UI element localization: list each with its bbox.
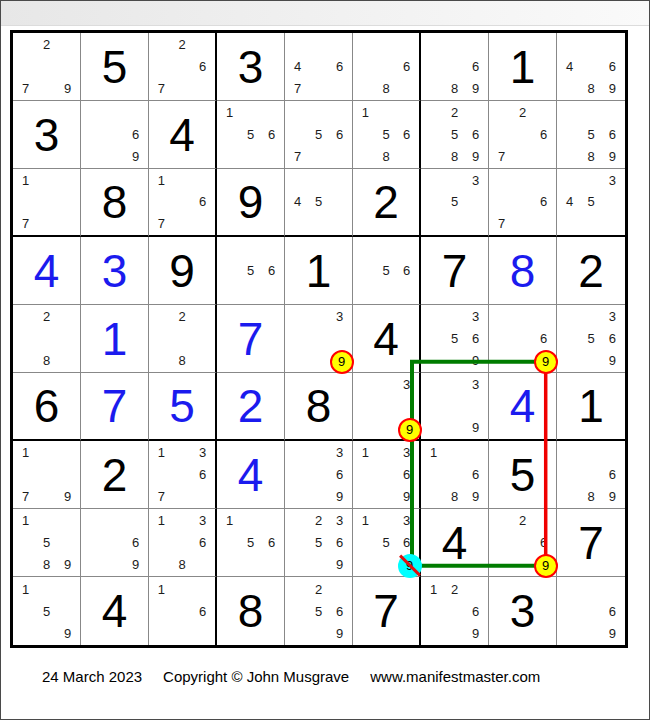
cell-r2c8: 267 <box>489 101 557 169</box>
candidate-digit: 1 <box>151 170 172 191</box>
candidate-digit: 2 <box>172 34 193 56</box>
candidate-digit: 8 <box>376 77 397 99</box>
candidate-digit: 3 <box>329 442 350 464</box>
cell-r5c4: 7 <box>217 305 285 373</box>
candidates: 167 <box>149 169 215 235</box>
cell-r9c4: 8 <box>217 577 285 645</box>
cell-r4c6: 56 <box>353 237 421 305</box>
candidates: 69 <box>81 101 148 168</box>
solved-digit: 4 <box>510 383 536 429</box>
candidate-digit: 5 <box>36 600 57 622</box>
candidate-digit: 9 <box>465 77 486 99</box>
candidate-digit: 6 <box>533 532 554 554</box>
candidate-digit: 8 <box>580 145 601 167</box>
candidate-digit: 6 <box>329 600 350 622</box>
cell-r7c4: 4 <box>217 441 285 509</box>
cell-r9c6: 7 <box>353 577 421 645</box>
candidate-digit: 1 <box>355 510 376 532</box>
candidates: 689 <box>421 33 488 100</box>
candidate-digit: 3 <box>192 510 213 532</box>
candidates: 369 <box>285 441 352 508</box>
candidate-digit: 6 <box>396 532 417 554</box>
candidate-digit: 9 <box>125 145 146 167</box>
cell-r6c5: 8 <box>285 373 353 441</box>
solved-digit: 8 <box>102 179 128 225</box>
candidate-digit: 5 <box>308 532 329 554</box>
cell-r8c1: 1589 <box>13 509 81 577</box>
candidate-digit: 2 <box>444 102 465 124</box>
candidates: 5689 <box>557 101 625 168</box>
solved-digit: 1 <box>102 316 128 362</box>
cell-r1c8: 1 <box>489 33 557 101</box>
solved-digit: 8 <box>306 383 332 429</box>
solved-digit: 4 <box>373 316 399 362</box>
solved-digit: 2 <box>238 383 264 429</box>
solved-digit: 4 <box>442 520 468 566</box>
candidate-digit: 7 <box>15 77 36 99</box>
candidate-digit: 4 <box>287 56 308 78</box>
solved-digit: 2 <box>373 179 399 225</box>
cell-r1c9: 4689 <box>557 33 625 101</box>
candidate-digit: 6 <box>396 124 417 146</box>
cell-r7c6: 1369 <box>353 441 421 509</box>
candidate-digit: 8 <box>36 553 57 575</box>
solved-digit: 7 <box>238 316 264 362</box>
solved-digit: 9 <box>169 248 195 294</box>
cell-r4c1: 4 <box>13 237 81 305</box>
candidate-digit: 5 <box>444 124 465 146</box>
solved-digit: 7 <box>442 248 468 294</box>
candidate-digit: 9 <box>57 553 78 575</box>
candidate-digit: 4 <box>559 191 580 212</box>
candidate-digit: 9 <box>602 622 623 644</box>
solved-digit: 3 <box>34 112 60 158</box>
cell-r1c6: 68 <box>353 33 421 101</box>
candidate-digit: 2 <box>172 306 193 328</box>
cell-r3c3: 167 <box>149 169 217 237</box>
cell-r9c3: 16 <box>149 577 217 645</box>
candidate-digit: 5 <box>444 191 465 212</box>
cell-r3c1: 17 <box>13 169 81 237</box>
solved-digit: 4 <box>238 452 264 498</box>
candidate-digit: 3 <box>602 170 623 191</box>
cell-r7c2: 2 <box>81 441 149 509</box>
candidate-digit: 6 <box>192 56 213 78</box>
candidates: 1689 <box>421 441 488 508</box>
solved-digit: 1 <box>578 383 604 429</box>
solved-digit: 7 <box>102 383 128 429</box>
candidate-digit: 6 <box>261 532 282 554</box>
candidates: 179 <box>13 441 80 508</box>
solved-digit: 7 <box>578 520 604 566</box>
candidates: 69 <box>557 577 625 645</box>
candidates: 25689 <box>421 101 488 168</box>
candidate-digit: 1 <box>151 578 172 600</box>
chain-node-circle-r6c6: 9 <box>398 418 422 442</box>
footer-website: www.manifestmaster.com <box>370 668 540 685</box>
chain-node-circle-r5c8: 9 <box>534 350 558 374</box>
candidates: 345 <box>557 169 625 235</box>
candidate-digit: 2 <box>444 578 465 600</box>
candidate-digit: 1 <box>423 442 444 464</box>
cell-r3c7: 35 <box>421 169 489 237</box>
candidate-digit: 7 <box>15 213 36 234</box>
cell-r7c3: 1367 <box>149 441 217 509</box>
chain-node-circle-r5c5: 9 <box>330 350 354 374</box>
candidate-digit: 5 <box>376 260 397 282</box>
cell-r8c5: 23569 <box>285 509 353 577</box>
candidate-digit: 6 <box>261 124 282 146</box>
cell-r1c2: 5 <box>81 33 149 101</box>
candidate-digit: 7 <box>287 77 308 99</box>
cell-r7c9: 689 <box>557 441 625 509</box>
cell-r9c1: 159 <box>13 577 81 645</box>
cell-r1c4: 3 <box>217 33 285 101</box>
cell-r5c7: 3569 <box>421 305 489 373</box>
candidate-digit: 5 <box>376 124 397 146</box>
cell-r5c9: 3569 <box>557 305 625 373</box>
cell-r6c9: 1 <box>557 373 625 441</box>
cell-r3c6: 2 <box>353 169 421 237</box>
cell-r2c6: 1568 <box>353 101 421 169</box>
candidate-digit: 8 <box>444 485 465 507</box>
candidate-digit: 5 <box>580 124 601 146</box>
cell-r4c4: 56 <box>217 237 285 305</box>
candidates: 1368 <box>149 509 215 576</box>
solved-digit: 6 <box>34 383 60 429</box>
cell-r1c7: 689 <box>421 33 489 101</box>
solved-digit: 3 <box>238 44 264 90</box>
candidates: 69 <box>81 509 148 576</box>
eliminated-candidate-circle-r8c6: 9 <box>398 554 422 578</box>
candidate-digit: 1 <box>219 102 240 124</box>
cell-r5c2: 1 <box>81 305 149 373</box>
cell-r3c4: 9 <box>217 169 285 237</box>
cell-r6c7: 39 <box>421 373 489 441</box>
candidates: 68 <box>353 33 419 100</box>
cell-r7c5: 369 <box>285 441 353 509</box>
candidate-digit: 9 <box>465 622 486 644</box>
cell-r8c9: 7 <box>557 509 625 577</box>
candidate-digit: 1 <box>15 510 36 532</box>
candidate-digit: 6 <box>602 328 623 350</box>
cell-r4c8: 8 <box>489 237 557 305</box>
candidate-digit: 5 <box>580 191 601 212</box>
candidate-digit: 9 <box>57 622 78 644</box>
candidate-digit: 3 <box>396 374 417 395</box>
candidates: 3569 <box>557 305 625 372</box>
candidate-digit: 3 <box>465 306 486 328</box>
candidate-digit: 5 <box>444 328 465 350</box>
candidate-digit: 2 <box>36 306 57 328</box>
candidates: 28 <box>13 305 80 372</box>
candidate-digit: 6 <box>533 328 554 350</box>
candidates: 4689 <box>557 33 625 100</box>
candidate-digit: 8 <box>172 349 193 371</box>
solved-digit: 3 <box>102 248 128 294</box>
candidate-digit: 6 <box>396 464 417 486</box>
candidates: 156 <box>217 101 284 168</box>
candidate-digit: 3 <box>465 170 486 191</box>
cell-r6c4: 2 <box>217 373 285 441</box>
candidate-digit: 9 <box>465 349 486 371</box>
cell-r3c8: 67 <box>489 169 557 237</box>
candidate-digit: 9 <box>602 349 623 371</box>
candidate-digit: 7 <box>491 145 512 167</box>
candidate-digit: 5 <box>240 124 261 146</box>
sudoku-board: 2795267346768689146893694156567156825689… <box>10 30 628 648</box>
candidates: 1269 <box>421 577 488 645</box>
candidate-digit: 6 <box>329 56 350 78</box>
cell-r9c2: 4 <box>81 577 149 645</box>
candidates: 159 <box>13 577 80 645</box>
candidate-digit: 2 <box>512 510 533 532</box>
candidates: 39 <box>421 373 488 439</box>
cell-r8c2: 69 <box>81 509 149 577</box>
solved-digit: 2 <box>578 248 604 294</box>
candidates: 28 <box>149 305 215 372</box>
solved-digit: 1 <box>510 44 536 90</box>
candidate-digit: 2 <box>36 34 57 56</box>
candidates: 67 <box>489 169 556 235</box>
footer-copyright: Copyright © John Musgrave <box>163 668 349 685</box>
candidate-digit: 6 <box>533 191 554 212</box>
candidate-digit: 7 <box>15 485 36 507</box>
cell-r3c9: 345 <box>557 169 625 237</box>
candidate-digit: 6 <box>533 124 554 146</box>
candidates: 267 <box>489 101 556 168</box>
candidate-digit: 7 <box>287 145 308 167</box>
candidate-digit: 5 <box>308 191 329 212</box>
candidates: 16 <box>149 577 215 645</box>
candidate-digit: 1 <box>15 578 36 600</box>
candidates: 267 <box>149 33 215 100</box>
cell-r8c3: 1368 <box>149 509 217 577</box>
candidate-digit: 9 <box>602 485 623 507</box>
solved-digit: 3 <box>510 588 536 634</box>
candidate-digit: 6 <box>465 464 486 486</box>
candidate-digit: 3 <box>465 374 486 395</box>
candidate-digit: 3 <box>329 510 350 532</box>
candidate-digit: 8 <box>580 485 601 507</box>
candidates: 1568 <box>353 101 419 168</box>
candidate-digit: 1 <box>219 510 240 532</box>
candidates: 156 <box>217 509 284 576</box>
cell-r1c5: 467 <box>285 33 353 101</box>
candidate-digit: 5 <box>376 532 397 554</box>
candidate-digit: 8 <box>36 349 57 371</box>
cell-r6c3: 5 <box>149 373 217 441</box>
candidate-digit: 3 <box>396 510 417 532</box>
candidate-digit: 3 <box>192 442 213 464</box>
cell-r4c7: 7 <box>421 237 489 305</box>
candidate-digit: 6 <box>329 464 350 486</box>
candidate-digit: 1 <box>15 442 36 464</box>
solved-digit: 8 <box>510 248 536 294</box>
candidate-digit: 7 <box>151 485 172 507</box>
footer: 24 March 2023 Copyright © John Musgrave … <box>42 668 540 685</box>
solved-digit: 4 <box>102 588 128 634</box>
candidate-digit: 9 <box>329 485 350 507</box>
candidates: 1369 <box>353 441 419 508</box>
candidate-digit: 6 <box>125 532 146 554</box>
candidate-digit: 5 <box>36 532 57 554</box>
candidate-digit: 5 <box>308 600 329 622</box>
cell-r5c3: 28 <box>149 305 217 373</box>
candidate-digit: 6 <box>192 191 213 212</box>
cell-r7c1: 179 <box>13 441 81 509</box>
candidate-digit: 6 <box>396 260 417 282</box>
cell-r4c2: 3 <box>81 237 149 305</box>
candidate-digit: 4 <box>559 56 580 78</box>
solved-digit: 5 <box>102 44 128 90</box>
candidate-digit: 9 <box>57 77 78 99</box>
candidate-digit: 9 <box>602 145 623 167</box>
candidate-digit: 7 <box>151 213 172 234</box>
solved-digit: 1 <box>306 248 332 294</box>
candidate-digit: 6 <box>329 532 350 554</box>
cell-r3c5: 45 <box>285 169 353 237</box>
candidate-digit: 6 <box>465 56 486 78</box>
cell-r9c7: 1269 <box>421 577 489 645</box>
solved-digit: 2 <box>102 452 128 498</box>
candidate-digit: 1 <box>15 170 36 191</box>
cell-r2c5: 567 <box>285 101 353 169</box>
cell-r9c8: 3 <box>489 577 557 645</box>
candidate-digit: 8 <box>172 553 193 575</box>
candidates: 17 <box>13 169 80 235</box>
candidates: 3569 <box>421 305 488 372</box>
cell-r3c2: 8 <box>81 169 149 237</box>
candidate-digit: 9 <box>329 622 350 644</box>
candidate-digit: 6 <box>602 56 623 78</box>
candidate-digit: 2 <box>308 578 329 600</box>
candidate-digit: 7 <box>151 77 172 99</box>
candidates: 2569 <box>285 577 352 645</box>
candidate-digit: 7 <box>491 213 512 234</box>
cell-r7c7: 1689 <box>421 441 489 509</box>
candidate-digit: 2 <box>308 510 329 532</box>
solved-digit: 7 <box>373 588 399 634</box>
candidate-digit: 3 <box>329 306 350 328</box>
candidate-digit: 6 <box>192 464 213 486</box>
candidate-digit: 5 <box>580 328 601 350</box>
solved-digit: 8 <box>238 588 264 634</box>
solved-digit: 4 <box>169 112 195 158</box>
candidates: 467 <box>285 33 352 100</box>
candidate-digit: 5 <box>240 532 261 554</box>
solved-digit: 4 <box>34 248 60 294</box>
candidate-digit: 6 <box>192 532 213 554</box>
candidates: 56 <box>217 237 284 304</box>
solved-digit: 5 <box>169 383 195 429</box>
cell-r6c2: 7 <box>81 373 149 441</box>
cell-r6c8: 4 <box>489 373 557 441</box>
candidates: 1367 <box>149 441 215 508</box>
cell-r7c8: 5 <box>489 441 557 509</box>
candidate-digit: 9 <box>465 485 486 507</box>
candidate-digit: 5 <box>240 260 261 282</box>
candidates: 35 <box>421 169 488 235</box>
candidates: 689 <box>557 441 625 508</box>
cell-r5c6: 4 <box>353 305 421 373</box>
candidates: 279 <box>13 33 80 100</box>
candidate-digit: 6 <box>261 260 282 282</box>
candidate-digit: 6 <box>602 124 623 146</box>
cell-r8c4: 156 <box>217 509 285 577</box>
candidate-digit: 5 <box>308 124 329 146</box>
candidates: 56 <box>353 237 419 304</box>
candidate-digit: 6 <box>465 600 486 622</box>
header-band <box>1 1 649 26</box>
cell-r6c1: 6 <box>13 373 81 441</box>
candidates: 45 <box>285 169 352 235</box>
cell-r2c4: 156 <box>217 101 285 169</box>
candidate-digit: 8 <box>376 145 397 167</box>
cell-r9c9: 69 <box>557 577 625 645</box>
cell-r1c1: 279 <box>13 33 81 101</box>
candidate-digit: 8 <box>580 77 601 99</box>
solved-digit: 5 <box>510 452 536 498</box>
candidate-digit: 2 <box>512 102 533 124</box>
candidate-digit: 6 <box>192 600 213 622</box>
cell-r5c1: 28 <box>13 305 81 373</box>
cell-r9c5: 2569 <box>285 577 353 645</box>
cell-r2c1: 3 <box>13 101 81 169</box>
footer-date: 24 March 2023 <box>42 668 142 685</box>
solved-digit: 9 <box>238 179 264 225</box>
candidate-digit: 6 <box>465 124 486 146</box>
cell-r2c2: 69 <box>81 101 149 169</box>
candidate-digit: 6 <box>602 464 623 486</box>
cell-r4c9: 2 <box>557 237 625 305</box>
candidate-digit: 9 <box>465 417 486 438</box>
chain-node-circle-r8c8: 9 <box>534 554 558 578</box>
candidate-digit: 4 <box>287 191 308 212</box>
candidate-digit: 1 <box>423 578 444 600</box>
candidate-digit: 9 <box>396 485 417 507</box>
candidate-digit: 1 <box>355 442 376 464</box>
cell-r8c7: 4 <box>421 509 489 577</box>
cell-r1c3: 267 <box>149 33 217 101</box>
candidates: 567 <box>285 101 352 168</box>
candidate-digit: 6 <box>396 56 417 78</box>
candidates: 23569 <box>285 509 352 576</box>
cell-r2c3: 4 <box>149 101 217 169</box>
candidate-digit: 6 <box>465 328 486 350</box>
cell-r4c5: 1 <box>285 237 353 305</box>
candidate-digit: 9 <box>329 553 350 575</box>
candidate-digit: 9 <box>125 553 146 575</box>
candidate-digit: 6 <box>329 124 350 146</box>
candidate-digit: 1 <box>151 442 172 464</box>
candidate-digit: 9 <box>465 145 486 167</box>
cell-r4c3: 9 <box>149 237 217 305</box>
candidate-digit: 6 <box>602 600 623 622</box>
candidate-digit: 8 <box>444 77 465 99</box>
candidate-digit: 3 <box>602 306 623 328</box>
candidate-digit: 1 <box>355 102 376 124</box>
candidate-digit: 3 <box>396 442 417 464</box>
cell-r2c7: 25689 <box>421 101 489 169</box>
candidate-digit: 8 <box>444 145 465 167</box>
candidate-digit: 9 <box>602 77 623 99</box>
candidate-digit: 9 <box>57 485 78 507</box>
cell-r2c9: 5689 <box>557 101 625 169</box>
candidate-digit: 6 <box>125 124 146 146</box>
candidate-digit: 1 <box>151 510 172 532</box>
candidates: 1589 <box>13 509 80 576</box>
